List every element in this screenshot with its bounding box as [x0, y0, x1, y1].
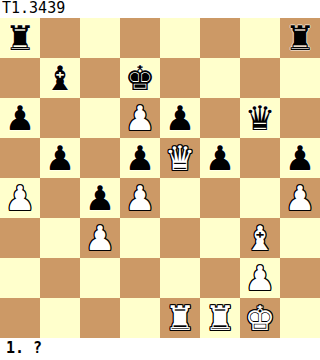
white-pawn[interactable]: ♟ [120, 178, 160, 218]
square-d6[interactable]: ♟ [120, 98, 160, 138]
square-c1[interactable] [80, 298, 120, 338]
square-c5[interactable] [80, 138, 120, 178]
square-f2[interactable] [200, 258, 240, 298]
black-rook[interactable]: ♜ [0, 18, 40, 58]
square-c3[interactable]: ♟ [80, 218, 120, 258]
square-a4[interactable]: ♟ [0, 178, 40, 218]
square-c2[interactable] [80, 258, 120, 298]
square-g3[interactable]: ♝ [240, 218, 280, 258]
square-b6[interactable] [40, 98, 80, 138]
square-c4[interactable]: ♟ [80, 178, 120, 218]
square-e2[interactable] [160, 258, 200, 298]
square-d1[interactable] [120, 298, 160, 338]
black-pawn[interactable]: ♟ [120, 138, 160, 178]
square-h6[interactable] [280, 98, 320, 138]
white-pawn[interactable]: ♟ [120, 98, 160, 138]
square-f6[interactable] [200, 98, 240, 138]
square-f3[interactable] [200, 218, 240, 258]
square-g5[interactable] [240, 138, 280, 178]
square-b3[interactable] [40, 218, 80, 258]
square-a1[interactable] [0, 298, 40, 338]
square-a5[interactable] [0, 138, 40, 178]
square-e8[interactable] [160, 18, 200, 58]
puzzle-title: T1.3439 [0, 0, 320, 18]
square-f7[interactable] [200, 58, 240, 98]
square-c7[interactable] [80, 58, 120, 98]
square-g8[interactable] [240, 18, 280, 58]
square-g2[interactable]: ♟ [240, 258, 280, 298]
square-e6[interactable]: ♟ [160, 98, 200, 138]
square-d3[interactable] [120, 218, 160, 258]
white-pawn[interactable]: ♟ [0, 178, 40, 218]
square-c6[interactable] [80, 98, 120, 138]
square-h1[interactable] [280, 298, 320, 338]
square-h3[interactable] [280, 218, 320, 258]
square-c8[interactable] [80, 18, 120, 58]
square-d2[interactable] [120, 258, 160, 298]
square-e4[interactable] [160, 178, 200, 218]
square-f8[interactable] [200, 18, 240, 58]
square-a6[interactable]: ♟ [0, 98, 40, 138]
black-pawn[interactable]: ♟ [80, 178, 120, 218]
square-a7[interactable] [0, 58, 40, 98]
square-g6[interactable]: ♛ [240, 98, 280, 138]
square-f1[interactable]: ♜ [200, 298, 240, 338]
square-e7[interactable] [160, 58, 200, 98]
square-h2[interactable] [280, 258, 320, 298]
square-b2[interactable] [40, 258, 80, 298]
square-h5[interactable]: ♟ [280, 138, 320, 178]
white-bishop[interactable]: ♝ [240, 218, 280, 258]
square-f4[interactable] [200, 178, 240, 218]
square-g4[interactable] [240, 178, 280, 218]
white-king[interactable]: ♚ [240, 298, 280, 338]
square-d8[interactable] [120, 18, 160, 58]
black-pawn[interactable]: ♟ [40, 138, 80, 178]
chess-board: ♜♜♝♚♟♟♟♛♟♟♛♟♟♟♟♟♟♟♝♟♜♜♚ [0, 18, 320, 338]
white-rook[interactable]: ♜ [160, 298, 200, 338]
white-queen[interactable]: ♛ [160, 138, 200, 178]
black-pawn[interactable]: ♟ [0, 98, 40, 138]
square-d5[interactable]: ♟ [120, 138, 160, 178]
black-bishop[interactable]: ♝ [40, 58, 80, 98]
square-b1[interactable] [40, 298, 80, 338]
square-h8[interactable]: ♜ [280, 18, 320, 58]
black-queen[interactable]: ♛ [240, 98, 280, 138]
square-d7[interactable]: ♚ [120, 58, 160, 98]
square-g7[interactable] [240, 58, 280, 98]
white-pawn[interactable]: ♟ [240, 258, 280, 298]
black-pawn[interactable]: ♟ [200, 138, 240, 178]
black-rook[interactable]: ♜ [280, 18, 320, 58]
black-pawn[interactable]: ♟ [280, 138, 320, 178]
square-b4[interactable] [40, 178, 80, 218]
white-pawn[interactable]: ♟ [280, 178, 320, 218]
black-king[interactable]: ♚ [120, 58, 160, 98]
square-f5[interactable]: ♟ [200, 138, 240, 178]
white-pawn[interactable]: ♟ [80, 218, 120, 258]
square-b7[interactable]: ♝ [40, 58, 80, 98]
white-rook[interactable]: ♜ [200, 298, 240, 338]
square-h4[interactable]: ♟ [280, 178, 320, 218]
square-h7[interactable] [280, 58, 320, 98]
square-e5[interactable]: ♛ [160, 138, 200, 178]
square-a8[interactable]: ♜ [0, 18, 40, 58]
move-prompt: 1. ? [0, 338, 320, 360]
square-a3[interactable] [0, 218, 40, 258]
black-pawn[interactable]: ♟ [160, 98, 200, 138]
square-e3[interactable] [160, 218, 200, 258]
square-b8[interactable] [40, 18, 80, 58]
square-b5[interactable]: ♟ [40, 138, 80, 178]
square-g1[interactable]: ♚ [240, 298, 280, 338]
square-a2[interactable] [0, 258, 40, 298]
square-e1[interactable]: ♜ [160, 298, 200, 338]
square-d4[interactable]: ♟ [120, 178, 160, 218]
